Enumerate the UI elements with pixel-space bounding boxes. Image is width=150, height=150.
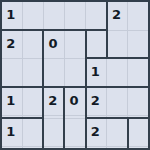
cell-r4c4[interactable]: 0 — [64, 87, 85, 115]
board-row-7 — [1, 146, 149, 149]
cell-r2c4[interactable] — [64, 30, 85, 58]
cell-r6c1[interactable]: 1 — [1, 118, 22, 146]
cell-r2c2[interactable] — [22, 30, 43, 58]
cell-r6c4[interactable] — [64, 118, 85, 146]
room-clue: 1 — [6, 8, 15, 21]
puzzle-page: 12201120212 — [0, 0, 150, 150]
cell-r3c4[interactable] — [64, 58, 85, 87]
cell-r1c2[interactable] — [22, 1, 43, 30]
cell-r7c2[interactable] — [22, 146, 43, 149]
cell-r7c5[interactable] — [86, 146, 107, 149]
heyawake-board: 12201120212 — [0, 0, 150, 150]
cell-r4c2[interactable] — [22, 87, 43, 115]
cell-r2c6[interactable] — [107, 30, 128, 58]
board-row-3: 1 — [1, 58, 149, 87]
cell-r1c1[interactable]: 1 — [1, 1, 22, 30]
cell-r4c5[interactable]: 2 — [86, 87, 107, 115]
room-clue: 1 — [6, 94, 15, 107]
cell-r6c5[interactable]: 2 — [86, 118, 107, 146]
cell-r6c2[interactable] — [22, 118, 43, 146]
cell-r3c7[interactable] — [128, 58, 149, 87]
cell-r1c6[interactable]: 2 — [107, 1, 128, 30]
cell-r7c7[interactable] — [128, 146, 149, 149]
room-clue: 2 — [6, 37, 15, 50]
cell-r7c6[interactable] — [107, 146, 128, 149]
cell-r2c7[interactable] — [128, 30, 149, 58]
cell-r4c3[interactable]: 2 — [43, 87, 64, 115]
cell-r7c3[interactable] — [43, 146, 64, 149]
cell-r1c3[interactable] — [43, 1, 64, 30]
board-row-4: 1202 — [1, 87, 149, 115]
cell-r6c3[interactable] — [43, 118, 64, 146]
cell-r6c7[interactable] — [128, 118, 149, 146]
cell-r1c7[interactable] — [128, 1, 149, 30]
cell-r4c6[interactable] — [107, 87, 128, 115]
cell-r7c1[interactable] — [1, 146, 22, 149]
room-clue: 2 — [112, 8, 121, 21]
room-clue: 0 — [69, 94, 78, 107]
cell-r2c1[interactable]: 2 — [1, 30, 22, 58]
cell-r3c6[interactable] — [107, 58, 128, 87]
cell-r2c3[interactable]: 0 — [43, 30, 64, 58]
board-row-1: 12 — [1, 1, 149, 30]
board-row-2: 20 — [1, 30, 149, 58]
room-clue: 2 — [91, 94, 100, 107]
cell-r1c5[interactable] — [86, 1, 107, 30]
cell-r3c5[interactable]: 1 — [86, 58, 107, 87]
cell-r3c3[interactable] — [43, 58, 64, 87]
cell-r3c1[interactable] — [1, 58, 22, 87]
cell-r7c4[interactable] — [64, 146, 85, 149]
board-row-6: 12 — [1, 118, 149, 146]
cell-r3c2[interactable] — [22, 58, 43, 87]
room-clue: 0 — [49, 37, 58, 50]
room-clue: 2 — [48, 94, 57, 107]
room-clue: 1 — [91, 65, 100, 78]
cell-r6c6[interactable] — [107, 118, 128, 146]
room-clue: 1 — [6, 125, 15, 138]
cell-r1c4[interactable] — [64, 1, 85, 30]
room-clue: 2 — [91, 125, 100, 138]
cell-r2c5[interactable] — [86, 30, 107, 58]
board-body: 12201120212 — [1, 1, 149, 149]
cell-r4c7[interactable] — [128, 87, 149, 115]
cell-r4c1[interactable]: 1 — [1, 87, 22, 115]
